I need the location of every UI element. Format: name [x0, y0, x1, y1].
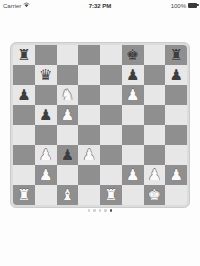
square-e2[interactable] [100, 165, 122, 185]
square-b1[interactable] [35, 185, 57, 205]
battery-icon [188, 3, 197, 8]
square-e7[interactable] [100, 65, 122, 85]
piece-white-king: ♚ [148, 187, 161, 202]
square-g5[interactable] [144, 105, 166, 125]
square-f4[interactable] [122, 125, 144, 145]
square-c4[interactable] [57, 125, 79, 145]
square-b7[interactable]: ♛ [35, 65, 57, 85]
square-a1[interactable]: ♜ [13, 185, 35, 205]
page-indicator[interactable] [0, 209, 200, 212]
page-dot [88, 209, 91, 212]
piece-black-pawn: ♟ [61, 147, 74, 162]
square-a4[interactable] [13, 125, 35, 145]
piece-white-rook: ♜ [104, 187, 117, 202]
piece-black-king: ♚ [126, 47, 139, 62]
piece-black-rook: ♜ [169, 47, 182, 62]
square-b4[interactable] [35, 125, 57, 145]
square-g1[interactable]: ♚ [144, 185, 166, 205]
square-c6[interactable]: ♞ [57, 85, 79, 105]
square-e3[interactable] [100, 145, 122, 165]
square-c2[interactable] [57, 165, 79, 185]
square-a7[interactable] [13, 65, 35, 85]
piece-white-pawn: ♟ [126, 167, 139, 182]
square-a5[interactable] [13, 105, 35, 125]
piece-white-knight: ♞ [61, 87, 74, 102]
square-d5[interactable] [78, 105, 100, 125]
square-h5[interactable] [165, 105, 187, 125]
square-d8[interactable] [78, 45, 100, 65]
piece-white-pawn: ♟ [148, 167, 161, 182]
square-f3[interactable] [122, 145, 144, 165]
square-d2[interactable] [78, 165, 100, 185]
square-e8[interactable] [100, 45, 122, 65]
square-f1[interactable] [122, 185, 144, 205]
piece-white-pawn: ♟ [61, 107, 74, 122]
piece-white-pawn: ♟ [39, 167, 52, 182]
square-f8[interactable]: ♚ [122, 45, 144, 65]
square-h8[interactable]: ♜ [165, 45, 187, 65]
square-d4[interactable] [78, 125, 100, 145]
wifi-icon [23, 2, 30, 9]
square-h3[interactable] [165, 145, 187, 165]
square-e5[interactable] [100, 105, 122, 125]
square-e4[interactable] [100, 125, 122, 145]
chess-board[interactable]: ♜♚♜♛♟♟♟♞♟♟♟♟♟♟♟♟♟♟♜♝♜♚ [13, 45, 187, 205]
square-d6[interactable] [78, 85, 100, 105]
square-e6[interactable] [100, 85, 122, 105]
page-dot [93, 209, 96, 212]
square-c7[interactable] [57, 65, 79, 85]
square-c1[interactable]: ♝ [57, 185, 79, 205]
chess-board-frame: ♜♚♜♛♟♟♟♞♟♟♟♟♟♟♟♟♟♟♜♝♜♚ [10, 42, 190, 208]
piece-white-pawn: ♟ [169, 167, 182, 182]
square-f5[interactable] [122, 105, 144, 125]
square-h4[interactable] [165, 125, 187, 145]
piece-black-rook: ♜ [17, 47, 30, 62]
square-b6[interactable] [35, 85, 57, 105]
page-dot [104, 209, 107, 212]
square-a6[interactable]: ♟ [13, 85, 35, 105]
piece-white-pawn: ♟ [82, 147, 95, 162]
square-g7[interactable] [144, 65, 166, 85]
square-f7[interactable]: ♟ [122, 65, 144, 85]
piece-black-pawn: ♟ [39, 107, 52, 122]
piece-white-pawn: ♟ [39, 147, 52, 162]
status-bar: Carrier 7:32 PM 100% [0, 0, 200, 11]
square-b3[interactable]: ♟ [35, 145, 57, 165]
square-d1[interactable] [78, 185, 100, 205]
battery-percent: 100% [171, 3, 186, 9]
square-f6[interactable]: ♟ [122, 85, 144, 105]
square-g3[interactable] [144, 145, 166, 165]
piece-black-pawn: ♟ [17, 87, 30, 102]
square-c3[interactable]: ♟ [57, 145, 79, 165]
piece-white-bishop: ♝ [61, 187, 74, 202]
square-b8[interactable] [35, 45, 57, 65]
square-h1[interactable] [165, 185, 187, 205]
piece-white-rook: ♜ [17, 187, 30, 202]
square-f2[interactable]: ♟ [122, 165, 144, 185]
square-e1[interactable]: ♜ [100, 185, 122, 205]
square-g4[interactable] [144, 125, 166, 145]
square-h2[interactable]: ♟ [165, 165, 187, 185]
square-a3[interactable] [13, 145, 35, 165]
carrier-label: Carrier [3, 3, 21, 9]
square-a2[interactable] [13, 165, 35, 185]
square-b2[interactable]: ♟ [35, 165, 57, 185]
page-dot-active [110, 209, 113, 212]
square-b5[interactable]: ♟ [35, 105, 57, 125]
square-h7[interactable]: ♟ [165, 65, 187, 85]
page-dot [99, 209, 102, 212]
piece-black-pawn: ♟ [126, 67, 139, 82]
piece-black-queen: ♛ [39, 67, 52, 82]
square-d3[interactable]: ♟ [78, 145, 100, 165]
square-a8[interactable]: ♜ [13, 45, 35, 65]
square-c5[interactable]: ♟ [57, 105, 79, 125]
square-g6[interactable] [144, 85, 166, 105]
square-c8[interactable] [57, 45, 79, 65]
square-h6[interactable] [165, 85, 187, 105]
square-d7[interactable] [78, 65, 100, 85]
piece-black-pawn: ♟ [169, 67, 182, 82]
piece-white-pawn: ♟ [126, 87, 139, 102]
square-g2[interactable]: ♟ [144, 165, 166, 185]
square-g8[interactable] [144, 45, 166, 65]
